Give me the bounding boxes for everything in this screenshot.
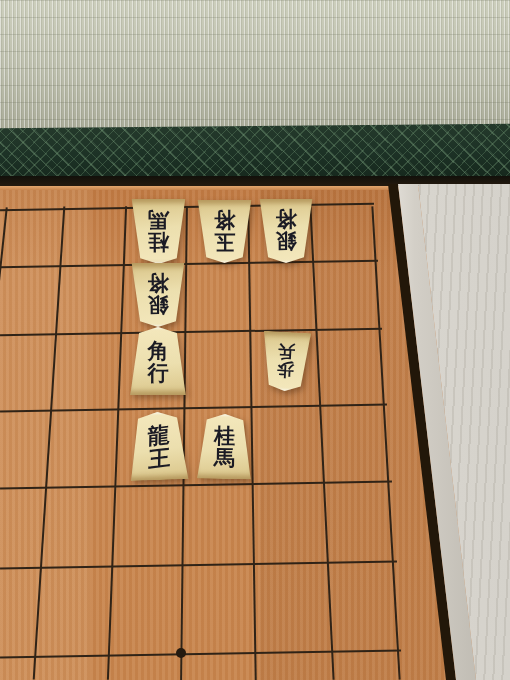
piece-kanji: 王 [147,446,170,472]
shogi-piece-kakugyo[interactable]: 角行 [129,327,188,395]
piece-kanji: 角 [148,341,169,363]
pieces-layer: 桂馬玉将銀将銀将角行歩兵龍王桂馬 [0,0,510,680]
piece-kanji: 将 [276,208,297,230]
shogi-piece-ginsho[interactable]: 銀将 [258,199,314,263]
shogi-piece-keima[interactable]: 桂馬 [196,414,253,479]
piece-kanji: 桂 [148,230,169,252]
piece-kanji: 馬 [148,208,169,230]
shogi-piece-ryuo[interactable]: 龍王 [128,412,189,480]
piece-kanji: 銀 [148,294,169,316]
piece-kanji: 桂 [213,425,234,447]
shogi-piece-fuhyo[interactable]: 歩兵 [261,332,311,391]
photo-stage: 桂馬玉将銀将銀将角行歩兵龍王桂馬 [0,0,510,680]
piece-kanji: 将 [148,272,169,294]
piece-kanji: 銀 [276,230,297,252]
piece-kanji: 玉 [214,230,235,252]
shogi-piece-gyokusho[interactable]: 玉将 [196,200,253,263]
piece-kanji: 馬 [213,447,234,469]
piece-kanji: 行 [148,363,169,385]
shogi-piece-ginsho[interactable]: 銀将 [130,263,186,327]
piece-kanji: 将 [214,208,235,230]
piece-kanji: 兵 [278,341,296,360]
shogi-piece-keima[interactable]: 桂馬 [130,199,187,264]
